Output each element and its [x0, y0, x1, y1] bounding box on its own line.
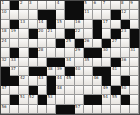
white-cell-r1c13[interactable] [111, 1, 120, 10]
white-cell-r8c6[interactable]: 38 [47, 67, 56, 76]
black-cell-r3c14 [121, 20, 130, 29]
clue-number: 5 [84, 1, 87, 5]
black-cell-r10c6 [47, 86, 56, 95]
white-cell-r7c10[interactable]: 35 [84, 58, 93, 67]
clue-number: 43 [38, 76, 43, 80]
black-cell-r11c11 [93, 95, 102, 104]
clue-number: 56 [2, 105, 7, 109]
white-cell-r6c8[interactable] [65, 48, 74, 57]
white-cell-r7c9[interactable] [75, 58, 84, 67]
clue-number: 35 [84, 58, 89, 62]
white-cell-r3c15[interactable] [130, 20, 139, 29]
clue-number: 54 [103, 95, 108, 99]
white-cell-r7c3[interactable] [19, 58, 28, 67]
black-cell-r10c4 [29, 86, 38, 95]
clue-number: 7 [103, 1, 106, 5]
black-cell-r4c13 [111, 29, 120, 38]
black-cell-r7c6 [47, 58, 56, 67]
white-cell-r7c1[interactable]: 32 [1, 58, 10, 67]
white-cell-r10c7[interactable]: 48 [56, 86, 65, 95]
white-cell-r12c6[interactable] [47, 105, 56, 114]
white-cell-r12c15[interactable] [130, 105, 139, 114]
clue-number: 22 [75, 29, 80, 33]
white-cell-r1c14[interactable]: 8 [121, 1, 130, 10]
black-cell-r5c9 [75, 39, 84, 48]
white-cell-r5c5[interactable] [38, 39, 47, 48]
white-cell-r3c13[interactable] [111, 20, 120, 29]
white-cell-r4c3[interactable] [19, 29, 28, 38]
black-cell-r8c4 [29, 67, 38, 76]
white-cell-r8c15[interactable] [130, 67, 139, 76]
black-cell-r6c2 [10, 48, 19, 57]
black-cell-r12c8 [65, 105, 74, 114]
clue-number: 1 [2, 1, 5, 5]
white-cell-r7c15[interactable] [130, 58, 139, 67]
white-cell-r1c10[interactable]: 5 [84, 1, 93, 10]
black-cell-r4c15 [130, 29, 139, 38]
black-cell-r3c11 [93, 20, 102, 29]
clue-number: 40 [75, 67, 80, 71]
white-cell-r8c7[interactable]: 39 [56, 67, 65, 76]
white-cell-r9c8[interactable]: 45 [65, 76, 74, 85]
black-cell-r8c8 [65, 67, 74, 76]
white-cell-r10c2[interactable] [10, 86, 19, 95]
clue-number: 18 [2, 29, 7, 33]
white-cell-r10c1[interactable]: 47 [1, 86, 10, 95]
clue-number: 17 [103, 20, 108, 24]
clue-number: 27 [112, 39, 117, 43]
white-cell-r8c9[interactable]: 40 [75, 67, 84, 76]
white-cell-r5c6[interactable] [47, 39, 56, 48]
clue-number: 50 [121, 86, 126, 90]
white-cell-r6c3[interactable] [19, 48, 28, 57]
white-cell-r8c2[interactable]: 37 [10, 67, 19, 76]
clue-number: 41 [112, 67, 117, 71]
black-cell-r2c6 [47, 10, 56, 19]
white-cell-r11c9[interactable] [75, 95, 84, 104]
white-cell-r10c14[interactable]: 50 [121, 86, 130, 95]
black-cell-r6c10 [84, 48, 93, 57]
white-cell-r12c9[interactable]: 57 [75, 105, 84, 114]
white-cell-r12c1[interactable]: 56 [1, 105, 10, 114]
white-cell-r1c11[interactable]: 6 [93, 1, 102, 10]
white-cell-r3c10[interactable] [84, 20, 93, 29]
black-cell-r8c1 [1, 67, 10, 76]
clue-number: 25 [66, 39, 71, 43]
clue-number: 3 [29, 1, 32, 5]
white-cell-r4c1[interactable]: 18 [1, 29, 10, 38]
white-cell-r2c2[interactable] [10, 10, 19, 19]
clue-number: 28 [38, 48, 43, 52]
white-cell-r4c12[interactable] [102, 29, 111, 38]
white-cell-r5c3[interactable] [19, 39, 28, 48]
white-cell-r1c4[interactable]: 3 [29, 1, 38, 10]
clue-number: 31 [130, 48, 135, 52]
white-cell-r9c13[interactable] [111, 76, 120, 85]
white-cell-r7c2[interactable]: 33 [10, 58, 19, 67]
black-cell-r6c4 [29, 48, 38, 57]
white-cell-r4c7[interactable] [56, 29, 65, 38]
white-cell-r10c9[interactable] [75, 86, 84, 95]
black-cell-r4c4 [29, 29, 38, 38]
clue-number: 39 [57, 67, 62, 71]
black-cell-r5c15 [130, 39, 139, 48]
white-cell-r10c11[interactable] [93, 86, 102, 95]
white-cell-r10c10[interactable] [84, 86, 93, 95]
white-cell-r3c9[interactable]: 16 [75, 20, 84, 29]
white-cell-r11c13[interactable]: 55 [111, 95, 120, 104]
white-cell-r2c11[interactable] [93, 10, 102, 19]
white-cell-r1c15[interactable]: 9 [130, 1, 139, 10]
white-cell-r3c12[interactable]: 17 [102, 20, 111, 29]
clue-number: 57 [75, 105, 80, 109]
black-cell-r11c10 [84, 95, 93, 104]
clue-number: 4 [57, 1, 60, 5]
white-cell-r12c5[interactable] [38, 105, 47, 114]
black-cell-r11c14 [121, 95, 130, 104]
clue-number: 37 [11, 67, 16, 71]
white-cell-r6c15[interactable]: 31 [130, 48, 139, 57]
white-cell-r1c6[interactable] [47, 1, 56, 10]
clue-number: 55 [112, 95, 117, 99]
black-cell-r9c1 [1, 76, 10, 85]
white-cell-r5c11[interactable] [93, 39, 102, 48]
black-cell-r8c12 [102, 67, 111, 76]
white-cell-r7c8[interactable]: 34 [65, 58, 74, 67]
clue-number: 15 [57, 20, 62, 24]
black-cell-r9c6 [47, 76, 56, 85]
white-cell-r6c13[interactable] [111, 48, 120, 57]
white-cell-r3c3[interactable]: 13 [19, 20, 28, 29]
black-cell-r9c2 [10, 76, 19, 85]
white-cell-r2c12[interactable] [102, 10, 111, 19]
clue-number: 8 [121, 1, 124, 5]
clue-number: 44 [57, 76, 62, 80]
white-cell-r9c4[interactable] [29, 76, 38, 85]
clue-number: 13 [20, 20, 25, 24]
white-cell-r12c11[interactable] [93, 105, 102, 114]
black-cell-r2c13 [111, 10, 120, 19]
white-cell-r9c10[interactable] [84, 76, 93, 85]
clue-number: 45 [66, 76, 71, 80]
white-cell-r4c6[interactable]: 21 [47, 29, 56, 38]
black-cell-r3c6 [47, 20, 56, 29]
white-cell-r5c2[interactable] [10, 39, 19, 48]
white-cell-r1c7[interactable]: 4 [56, 1, 65, 10]
white-cell-r5c10[interactable]: 26 [84, 39, 93, 48]
clue-number: 48 [57, 86, 62, 90]
black-cell-r1c2 [10, 1, 19, 10]
clue-number: 49 [103, 86, 108, 90]
black-cell-r3c2 [10, 20, 19, 29]
black-cell-r2c5 [38, 10, 47, 19]
clue-number: 12 [121, 10, 126, 14]
white-cell-r10c8[interactable] [65, 86, 74, 95]
clue-number: 26 [84, 39, 89, 43]
white-cell-r6c1[interactable] [1, 48, 10, 57]
white-cell-r4c9[interactable]: 22 [75, 29, 84, 38]
black-cell-r8c11 [93, 67, 102, 76]
white-cell-r7c4[interactable] [29, 58, 38, 67]
white-cell-r7c11[interactable] [93, 58, 102, 67]
clue-number: 42 [20, 76, 25, 80]
clue-number: 21 [47, 29, 52, 33]
white-cell-r5c1[interactable]: 24 [1, 39, 10, 48]
clue-number: 9 [130, 1, 133, 5]
black-cell-r12c7 [56, 105, 65, 114]
white-cell-r4c10[interactable] [84, 29, 93, 38]
white-cell-r3c7[interactable]: 15 [56, 20, 65, 29]
clue-number: 10 [2, 10, 7, 14]
white-cell-r12c13[interactable] [111, 105, 120, 114]
clue-number: 32 [2, 58, 7, 62]
white-cell-r12c10[interactable] [84, 105, 93, 114]
white-cell-r2c15[interactable] [130, 10, 139, 19]
black-cell-r10c13 [111, 86, 120, 95]
black-cell-r1c9 [75, 1, 84, 10]
white-cell-r2c4[interactable] [29, 10, 38, 19]
white-cell-r8c10[interactable] [84, 67, 93, 76]
white-cell-r12c3[interactable] [19, 105, 28, 114]
white-cell-r5c13[interactable]: 27 [111, 39, 120, 48]
white-cell-r8c13[interactable]: 41 [111, 67, 120, 76]
white-cell-r1c12[interactable]: 7 [102, 1, 111, 10]
white-cell-r2c14[interactable]: 12 [121, 10, 130, 19]
black-cell-r2c8 [65, 10, 74, 19]
clue-number: 14 [38, 20, 43, 24]
black-cell-r11c2 [10, 95, 19, 104]
black-cell-r4c11 [93, 29, 102, 38]
white-cell-r6c12[interactable]: 30 [102, 48, 111, 57]
clue-number: 20 [38, 29, 43, 33]
white-cell-r2c3[interactable] [19, 10, 28, 19]
clue-number: 23 [121, 29, 126, 33]
white-cell-r6c14[interactable] [121, 48, 130, 57]
white-cell-r11c12[interactable]: 54 [102, 95, 111, 104]
black-cell-r8c5 [38, 67, 47, 76]
black-cell-r5c7 [56, 39, 65, 48]
clue-number: 53 [47, 95, 52, 99]
black-cell-r9c12 [102, 76, 111, 85]
clue-number: 33 [11, 58, 16, 62]
white-cell-r5c4[interactable] [29, 39, 38, 48]
white-cell-r9c15[interactable] [130, 76, 139, 85]
white-cell-r4c5[interactable]: 20 [38, 29, 47, 38]
white-cell-r6c9[interactable]: 29 [75, 48, 84, 57]
white-cell-r7c12[interactable] [102, 58, 111, 67]
white-cell-r11c4[interactable]: 52 [29, 95, 38, 104]
white-cell-r1c5[interactable] [38, 1, 47, 10]
clue-number: 47 [2, 86, 7, 90]
white-cell-r3c8[interactable] [65, 20, 74, 29]
black-cell-r7c13 [111, 58, 120, 67]
black-cell-r1c8 [65, 1, 74, 10]
white-cell-r9c5[interactable]: 43 [38, 76, 47, 85]
white-cell-r6c5[interactable]: 28 [38, 48, 47, 57]
black-cell-r4c8 [65, 29, 74, 38]
white-cell-r1c1[interactable]: 1 [1, 1, 10, 10]
white-cell-r7c14[interactable]: 36 [121, 58, 130, 67]
white-cell-r6c6[interactable] [47, 48, 56, 57]
black-cell-r6c11 [93, 48, 102, 57]
white-cell-r12c2[interactable] [10, 105, 19, 114]
black-cell-r7c7 [56, 58, 65, 67]
clue-number: 16 [75, 20, 80, 24]
white-cell-r11c8[interactable] [65, 95, 74, 104]
clue-number: 30 [103, 48, 108, 52]
white-cell-r12c14[interactable] [121, 105, 130, 114]
crossword-grid: 1234567891011121314151617181920212223242… [0, 0, 140, 115]
black-cell-r2c9 [75, 10, 84, 19]
white-cell-r5c8[interactable]: 25 [65, 39, 74, 48]
clue-number: 24 [2, 39, 7, 43]
clue-number: 34 [66, 58, 71, 62]
clue-number: 29 [75, 48, 80, 52]
clue-number: 36 [121, 58, 126, 62]
white-cell-r11c6[interactable]: 53 [47, 95, 56, 104]
white-cell-r10c12[interactable]: 49 [102, 86, 111, 95]
white-cell-r11c15[interactable] [130, 95, 139, 104]
clue-number: 6 [93, 1, 96, 5]
white-cell-r3c5[interactable]: 14 [38, 20, 47, 29]
clue-number: 38 [47, 67, 52, 71]
white-cell-r6c7[interactable] [56, 48, 65, 57]
white-cell-r2c7[interactable] [56, 10, 65, 19]
black-cell-r11c5 [38, 95, 47, 104]
white-cell-r2c1[interactable]: 10 [1, 10, 10, 19]
clue-number: 19 [11, 29, 16, 33]
white-cell-r1c3[interactable]: 2 [19, 1, 28, 10]
white-cell-r7c5[interactable] [38, 58, 47, 67]
black-cell-r5c12 [102, 39, 111, 48]
white-cell-r3c4[interactable] [29, 20, 38, 29]
clue-number: 51 [20, 95, 25, 99]
white-cell-r5c14[interactable] [121, 39, 130, 48]
white-cell-r9c7[interactable]: 44 [56, 76, 65, 85]
white-cell-r4c14[interactable]: 23 [121, 29, 130, 38]
clue-number: 52 [29, 95, 34, 99]
white-cell-r12c4[interactable] [29, 105, 38, 114]
white-cell-r8c14[interactable] [121, 67, 130, 76]
white-cell-r11c1[interactable] [1, 95, 10, 104]
white-cell-r9c11[interactable]: 46 [93, 76, 102, 85]
white-cell-r2c10[interactable]: 11 [84, 10, 93, 19]
white-cell-r8c3[interactable] [19, 67, 28, 76]
white-cell-r9c9[interactable] [75, 76, 84, 85]
white-cell-r11c3[interactable]: 51 [19, 95, 28, 104]
white-cell-r10c3[interactable] [19, 86, 28, 95]
clue-number: 46 [93, 76, 98, 80]
white-cell-r3c1[interactable] [1, 20, 10, 29]
black-cell-r9c14 [121, 76, 130, 85]
white-cell-r4c2[interactable]: 19 [10, 29, 19, 38]
clue-number: 11 [84, 10, 89, 14]
white-cell-r11c7[interactable] [56, 95, 65, 104]
white-cell-r10c15[interactable] [130, 86, 139, 95]
clue-number: 2 [20, 1, 23, 5]
white-cell-r12c12[interactable] [102, 105, 111, 114]
white-cell-r10c5[interactable] [38, 86, 47, 95]
white-cell-r9c3[interactable]: 42 [19, 76, 28, 85]
